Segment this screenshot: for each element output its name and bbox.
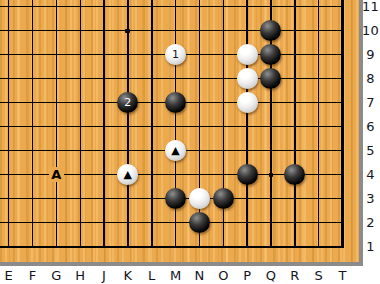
board-point-P11[interactable] [235,0,259,19]
board-point-S9[interactable] [307,43,331,67]
board-point-K6[interactable] [116,115,140,139]
board-point-T10[interactable] [330,19,354,43]
board-point-G2[interactable] [44,211,68,235]
col-label-E: E [0,268,18,283]
board-point-Q8[interactable] [259,67,283,91]
board-point-T8[interactable] [330,67,354,91]
white-stone-P9 [237,44,258,65]
row-label-7: 7 [360,95,380,110]
board-point-P1[interactable] [235,235,259,259]
board-point-J8[interactable] [92,67,116,91]
black-stone-M3 [165,188,186,209]
board-point-E10[interactable] [0,19,21,43]
column-labels: EFGHJKLMNOPQRST [0,266,380,284]
board-point-G6[interactable] [44,115,68,139]
board-point-E4[interactable] [0,163,21,187]
col-label-F: F [23,268,42,283]
board-point-J7[interactable] [92,91,116,115]
board-point-L1[interactable] [140,235,164,259]
board-point-N8[interactable] [187,67,211,91]
board-point-K8[interactable] [116,67,140,91]
board-point-T11[interactable] [330,0,354,19]
board-point-P2[interactable] [235,211,259,235]
board-point-H6[interactable] [68,115,92,139]
col-label-S: S [309,268,328,283]
col-label-O: O [214,268,233,283]
col-label-M: M [166,268,185,283]
board-point-O7[interactable] [211,91,235,115]
board-point-T7[interactable] [330,91,354,115]
board-point-O9[interactable] [211,43,235,67]
board-point-G1[interactable] [44,235,68,259]
board-point-J1[interactable] [92,235,116,259]
board-point-M3[interactable] [164,187,188,211]
board-point-M5[interactable]: ▲ [164,139,188,163]
board-point-K7[interactable]: 2 [116,91,140,115]
white-stone-M5: ▲ [165,140,186,161]
board-point-N3[interactable] [187,187,211,211]
black-stone-Q10 [260,20,281,41]
board-point-F4[interactable] [21,163,45,187]
board-point-R10[interactable] [283,19,307,43]
board-point-F2[interactable] [21,211,45,235]
board-point-P8[interactable] [235,67,259,91]
white-stone-M9: 1 [165,44,186,65]
board-point-G5[interactable] [44,139,68,163]
board-point-R3[interactable] [283,187,307,211]
board-point-S11[interactable] [307,0,331,19]
board-point-M4[interactable] [164,163,188,187]
board-point-F7[interactable] [21,91,45,115]
board-point-Q4[interactable] [259,163,283,187]
board-point-M11[interactable] [164,0,188,19]
col-label-Q: Q [261,268,280,283]
board-point-L7[interactable] [140,91,164,115]
board-point-L8[interactable] [140,67,164,91]
board-point-F10[interactable] [21,19,45,43]
board-point-Q7[interactable] [259,91,283,115]
board-point-P10[interactable] [235,19,259,43]
board-point-S4[interactable] [307,163,331,187]
board-point-J5[interactable] [92,139,116,163]
board-point-N5[interactable] [187,139,211,163]
board-point-H5[interactable] [68,139,92,163]
board-point-F5[interactable] [21,139,45,163]
board-point-Q11[interactable] [259,0,283,19]
board-point-R8[interactable] [283,67,307,91]
row-label-4: 4 [360,167,380,182]
row-label-6: 6 [360,119,380,134]
board-point-M8[interactable] [164,67,188,91]
row-label-8: 8 [360,71,380,86]
board-point-L5[interactable] [140,139,164,163]
board-point-J6[interactable] [92,115,116,139]
move-number-label: 2 [124,97,131,108]
board-point-N11[interactable] [187,0,211,19]
board-point-J3[interactable] [92,187,116,211]
board-point-L9[interactable] [140,43,164,67]
board-point-K4[interactable]: ▲ [116,163,140,187]
board-point-N4[interactable] [187,163,211,187]
triangle-marker-icon: ▲ [171,145,179,156]
board-point-G9[interactable] [44,43,68,67]
board-point-K2[interactable] [116,211,140,235]
black-stone-Q8 [260,68,281,89]
board-point-O5[interactable] [211,139,235,163]
board-point-K10[interactable] [116,19,140,43]
board-point-E5[interactable] [0,139,21,163]
black-stone-O3 [213,188,234,209]
board-point-O3[interactable] [211,187,235,211]
board-point-F6[interactable] [21,115,45,139]
board-point-M1[interactable] [164,235,188,259]
board-point-L6[interactable] [140,115,164,139]
board-point-P6[interactable] [235,115,259,139]
board-point-E2[interactable] [0,211,21,235]
board-point-E8[interactable] [0,67,21,91]
black-stone-M7 [165,92,186,113]
board-point-G3[interactable] [44,187,68,211]
col-label-L: L [142,268,161,283]
board-point-R4[interactable] [283,163,307,187]
board-point-G8[interactable] [44,67,68,91]
board-point-H1[interactable] [68,235,92,259]
board-point-O11[interactable] [211,0,235,19]
board-point-J4[interactable] [92,163,116,187]
board-point-P7[interactable] [235,91,259,115]
col-label-J: J [95,268,114,283]
board-point-R6[interactable] [283,115,307,139]
col-label-K: K [118,268,137,283]
move-number-label: 1 [172,49,179,60]
col-label-R: R [285,268,304,283]
board-point-R1[interactable] [283,235,307,259]
row-label-3: 3 [360,191,380,206]
board-point-K11[interactable] [116,0,140,19]
board-point-O2[interactable] [211,211,235,235]
board-point-E6[interactable] [0,115,21,139]
board-point-Q10[interactable] [259,19,283,43]
board-point-M2[interactable] [164,211,188,235]
board-point-L11[interactable] [140,0,164,19]
board-point-S1[interactable] [307,235,331,259]
board-point-G10[interactable] [44,19,68,43]
board-point-Q9[interactable] [259,43,283,67]
board-point-P4[interactable] [235,163,259,187]
board-point-E1[interactable] [0,235,21,259]
col-label-G: G [47,268,66,283]
board-point-N7[interactable] [187,91,211,115]
white-stone-P8 [237,68,258,89]
board-point-H2[interactable] [68,211,92,235]
row-label-1: 1 [360,239,380,254]
board-point-J2[interactable] [92,211,116,235]
board-point-K9[interactable] [116,43,140,67]
board-letter-A: A [49,167,64,182]
board-point-L2[interactable] [140,211,164,235]
board-point-K5[interactable] [116,139,140,163]
board-point-F11[interactable] [21,0,45,19]
board-point-S2[interactable] [307,211,331,235]
board-point-Q1[interactable] [259,235,283,259]
white-stone-K4: ▲ [117,164,138,185]
board-point-J11[interactable] [92,0,116,19]
board-point-H9[interactable] [68,43,92,67]
board-point-H3[interactable] [68,187,92,211]
board-point-E11[interactable] [0,0,21,19]
board-point-P3[interactable] [235,187,259,211]
board-point-Q3[interactable] [259,187,283,211]
triangle-marker-icon: ▲ [124,169,132,180]
board-point-S6[interactable] [307,115,331,139]
board-point-N1[interactable] [187,235,211,259]
black-stone-Q9 [260,44,281,65]
row-label-9: 9 [360,47,380,62]
row-label-10: 10 [360,23,380,38]
board-point-N10[interactable] [187,19,211,43]
board-point-T5[interactable] [330,139,354,163]
board-point-H11[interactable] [68,0,92,19]
board-point-S5[interactable] [307,139,331,163]
board-point-M7[interactable] [164,91,188,115]
board-point-E9[interactable] [0,43,21,67]
board-point-O6[interactable] [211,115,235,139]
board-point-L10[interactable] [140,19,164,43]
black-stone-N2 [189,212,210,233]
black-stone-P4 [237,164,258,185]
col-label-N: N [190,268,209,283]
board-point-Q2[interactable] [259,211,283,235]
board-point-N2[interactable] [187,211,211,235]
board-point-H4[interactable] [68,163,92,187]
board-point-T3[interactable] [330,187,354,211]
row-labels: 1110987654321 [363,0,380,284]
row-label-11: 11 [360,0,380,14]
black-stone-K7: 2 [117,92,138,113]
white-stone-N3 [189,188,210,209]
board-point-S7[interactable] [307,91,331,115]
board-point-M10[interactable] [164,19,188,43]
board-point-E3[interactable] [0,187,21,211]
board-point-M9[interactable]: 1 [164,43,188,67]
board-point-H8[interactable] [68,67,92,91]
row-label-2: 2 [360,215,380,230]
board-point-F8[interactable] [21,67,45,91]
go-diagram: 12▲A▲ EFGHJKLMNOPQRST 1110987654321 [0,0,380,284]
board-point-G4[interactable]: A [44,163,68,187]
board-point-R5[interactable] [283,139,307,163]
go-board: 12▲A▲ [0,0,363,266]
board-point-F9[interactable] [21,43,45,67]
board-point-P9[interactable] [235,43,259,67]
board-point-E7[interactable] [0,91,21,115]
board-point-F1[interactable] [21,235,45,259]
board-point-R2[interactable] [283,211,307,235]
board-point-Q5[interactable] [259,139,283,163]
board-point-K1[interactable] [116,235,140,259]
board-point-T6[interactable] [330,115,354,139]
board-point-O8[interactable] [211,67,235,91]
board-grid: 12▲A▲ [0,0,354,259]
white-stone-P7 [237,92,258,113]
board-point-M6[interactable] [164,115,188,139]
board-point-F3[interactable] [21,187,45,211]
board-point-T9[interactable] [330,43,354,67]
board-point-L3[interactable] [140,187,164,211]
board-point-L4[interactable] [140,163,164,187]
board-point-O1[interactable] [211,235,235,259]
board-point-R9[interactable] [283,43,307,67]
board-point-H10[interactable] [68,19,92,43]
board-point-G11[interactable] [44,0,68,19]
board-point-R7[interactable] [283,91,307,115]
board-point-T2[interactable] [330,211,354,235]
col-label-P: P [238,268,257,283]
row-label-5: 5 [360,143,380,158]
board-point-G7[interactable] [44,91,68,115]
board-point-N6[interactable] [187,115,211,139]
board-point-S3[interactable] [307,187,331,211]
board-point-T4[interactable] [330,163,354,187]
board-point-P5[interactable] [235,139,259,163]
col-label-H: H [71,268,90,283]
board-point-S10[interactable] [307,19,331,43]
board-point-O10[interactable] [211,19,235,43]
board-point-Q6[interactable] [259,115,283,139]
board-point-H7[interactable] [68,91,92,115]
board-point-N9[interactable] [187,43,211,67]
col-label-T: T [333,268,352,283]
board-point-K3[interactable] [116,187,140,211]
board-point-J9[interactable] [92,43,116,67]
board-point-J10[interactable] [92,19,116,43]
board-point-O4[interactable] [211,163,235,187]
board-point-R11[interactable] [283,0,307,19]
black-stone-R4 [284,164,305,185]
board-point-T1[interactable] [330,235,354,259]
board-point-S8[interactable] [307,67,331,91]
